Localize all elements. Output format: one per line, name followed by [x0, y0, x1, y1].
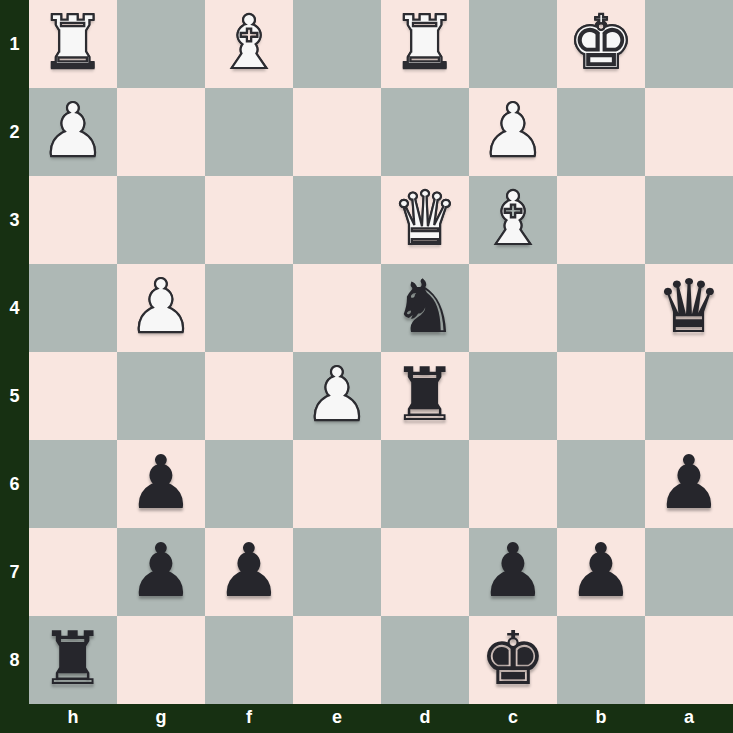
white-bishop-c3[interactable]: ♝ — [480, 181, 546, 255]
square-f2[interactable] — [205, 88, 293, 176]
rank-label-7: 7 — [0, 528, 29, 616]
square-d3[interactable]: ♛ — [381, 176, 469, 264]
rank-label-1: 1 — [0, 0, 29, 88]
file-label-a: a — [645, 704, 733, 733]
square-a5[interactable] — [645, 352, 733, 440]
square-d6[interactable] — [381, 440, 469, 528]
square-a3[interactable] — [645, 176, 733, 264]
square-c6[interactable] — [469, 440, 557, 528]
square-h5[interactable] — [29, 352, 117, 440]
rank-labels: 12345678 — [0, 0, 29, 704]
board: ♜♝♜♚♟♟♛♝♟♞♛♟♜♟♟♟♟♟♟♜♚ — [29, 0, 733, 704]
square-f5[interactable] — [205, 352, 293, 440]
black-pawn-f7[interactable]: ♟ — [216, 533, 282, 607]
square-g5[interactable] — [117, 352, 205, 440]
white-queen-d3[interactable]: ♛ — [392, 181, 458, 255]
square-c2[interactable]: ♟ — [469, 88, 557, 176]
square-b8[interactable] — [557, 616, 645, 704]
black-pawn-g7[interactable]: ♟ — [128, 533, 194, 607]
square-f8[interactable] — [205, 616, 293, 704]
square-c4[interactable] — [469, 264, 557, 352]
square-e8[interactable] — [293, 616, 381, 704]
square-a1[interactable] — [645, 0, 733, 88]
black-queen-a4[interactable]: ♛ — [656, 269, 722, 343]
square-h6[interactable] — [29, 440, 117, 528]
white-pawn-c2[interactable]: ♟ — [480, 93, 546, 167]
white-rook-d1[interactable]: ♜ — [392, 5, 458, 79]
file-labels: hgfedcba — [29, 704, 733, 733]
rank-label-3: 3 — [0, 176, 29, 264]
square-b7[interactable]: ♟ — [557, 528, 645, 616]
square-b3[interactable] — [557, 176, 645, 264]
square-f4[interactable] — [205, 264, 293, 352]
square-h3[interactable] — [29, 176, 117, 264]
square-f6[interactable] — [205, 440, 293, 528]
rank-label-2: 2 — [0, 88, 29, 176]
black-pawn-a6[interactable]: ♟ — [656, 445, 722, 519]
square-d1[interactable]: ♜ — [381, 0, 469, 88]
square-e3[interactable] — [293, 176, 381, 264]
square-d4[interactable]: ♞ — [381, 264, 469, 352]
square-d5[interactable]: ♜ — [381, 352, 469, 440]
square-c3[interactable]: ♝ — [469, 176, 557, 264]
rank-label-6: 6 — [0, 440, 29, 528]
file-label-g: g — [117, 704, 205, 733]
black-pawn-g6[interactable]: ♟ — [128, 445, 194, 519]
square-a7[interactable] — [645, 528, 733, 616]
square-b4[interactable] — [557, 264, 645, 352]
square-f3[interactable] — [205, 176, 293, 264]
square-g2[interactable] — [117, 88, 205, 176]
file-label-e: e — [293, 704, 381, 733]
square-c5[interactable] — [469, 352, 557, 440]
rank-label-5: 5 — [0, 352, 29, 440]
square-e1[interactable] — [293, 0, 381, 88]
square-g8[interactable] — [117, 616, 205, 704]
square-g1[interactable] — [117, 0, 205, 88]
chess-board-frame: 12345678 ♜♝♜♚♟♟♛♝♟♞♛♟♜♟♟♟♟♟♟♜♚ hgfedcba — [0, 0, 733, 733]
square-e4[interactable] — [293, 264, 381, 352]
square-f7[interactable]: ♟ — [205, 528, 293, 616]
square-g3[interactable] — [117, 176, 205, 264]
square-a4[interactable]: ♛ — [645, 264, 733, 352]
square-f1[interactable]: ♝ — [205, 0, 293, 88]
square-h4[interactable] — [29, 264, 117, 352]
square-h1[interactable]: ♜ — [29, 0, 117, 88]
file-label-d: d — [381, 704, 469, 733]
black-rook-h8[interactable]: ♜ — [40, 621, 106, 695]
file-label-h: h — [29, 704, 117, 733]
file-label-b: b — [557, 704, 645, 733]
square-c8[interactable]: ♚ — [469, 616, 557, 704]
square-c7[interactable]: ♟ — [469, 528, 557, 616]
square-h7[interactable] — [29, 528, 117, 616]
file-label-c: c — [469, 704, 557, 733]
file-label-f: f — [205, 704, 293, 733]
square-e7[interactable] — [293, 528, 381, 616]
white-pawn-g4[interactable]: ♟ — [128, 269, 194, 343]
square-h8[interactable]: ♜ — [29, 616, 117, 704]
square-e6[interactable] — [293, 440, 381, 528]
square-b2[interactable] — [557, 88, 645, 176]
square-a2[interactable] — [645, 88, 733, 176]
square-g4[interactable]: ♟ — [117, 264, 205, 352]
square-g7[interactable]: ♟ — [117, 528, 205, 616]
black-knight-d4[interactable]: ♞ — [392, 269, 458, 343]
black-pawn-c7[interactable]: ♟ — [480, 533, 546, 607]
square-g6[interactable]: ♟ — [117, 440, 205, 528]
square-a8[interactable] — [645, 616, 733, 704]
rank-label-4: 4 — [0, 264, 29, 352]
square-d2[interactable] — [381, 88, 469, 176]
square-e2[interactable] — [293, 88, 381, 176]
square-b5[interactable] — [557, 352, 645, 440]
square-h2[interactable]: ♟ — [29, 88, 117, 176]
white-pawn-e5[interactable]: ♟ — [304, 357, 370, 431]
black-pawn-b7[interactable]: ♟ — [568, 533, 634, 607]
black-king-c8[interactable]: ♚ — [480, 621, 546, 695]
square-b1[interactable]: ♚ — [557, 0, 645, 88]
square-d7[interactable] — [381, 528, 469, 616]
white-king-b1[interactable]: ♚ — [568, 5, 634, 79]
rank-label-8: 8 — [0, 616, 29, 704]
square-c1[interactable] — [469, 0, 557, 88]
white-rook-h1[interactable]: ♜ — [40, 5, 106, 79]
square-a6[interactable]: ♟ — [645, 440, 733, 528]
square-d8[interactable] — [381, 616, 469, 704]
square-e5[interactable]: ♟ — [293, 352, 381, 440]
square-b6[interactable] — [557, 440, 645, 528]
white-pawn-h2[interactable]: ♟ — [40, 93, 106, 167]
white-bishop-f1[interactable]: ♝ — [216, 5, 282, 79]
black-rook-d5[interactable]: ♜ — [392, 357, 458, 431]
